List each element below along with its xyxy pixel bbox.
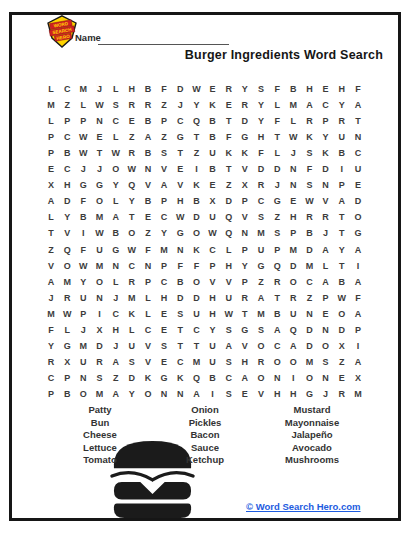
- grid-cell-r8c2: D: [59, 193, 75, 209]
- word-list-item: Avocado: [257, 442, 367, 455]
- grid-cell-r7c7: V: [140, 177, 156, 193]
- grid-cell-r3c13: D: [237, 113, 253, 129]
- grid-cell-r7c1: X: [43, 177, 59, 193]
- grid-cell-r5c9: T: [172, 145, 188, 161]
- grid-cell-r2c19: Y: [334, 97, 350, 113]
- grid-cell-r2c3: L: [75, 97, 91, 113]
- grid-cell-r8c14: C: [253, 193, 269, 209]
- grid-cell-r2c2: Z: [59, 97, 75, 113]
- grid-cell-r1c20: F: [350, 81, 366, 97]
- grid-cell-r19c3: N: [75, 370, 91, 386]
- word-search-hero-link[interactable]: © Word Search Hero.com: [246, 501, 361, 512]
- grid-cell-r13c15: R: [269, 274, 285, 290]
- grid-cell-r11c2: Q: [59, 241, 75, 257]
- grid-cell-r5c16: J: [285, 145, 301, 161]
- grid-cell-r14c1: J: [43, 290, 59, 306]
- word-list-item: Sauce: [155, 442, 255, 455]
- grid-cell-r13c5: L: [108, 274, 124, 290]
- grid-cell-r1c14: S: [253, 81, 269, 97]
- grid-cell-r10c7: Z: [140, 225, 156, 241]
- grid-cell-r2c16: M: [285, 97, 301, 113]
- grid-cell-r17c4: D: [91, 338, 107, 354]
- grid-cell-r2c5: S: [108, 97, 124, 113]
- grid-cell-r17c18: O: [318, 338, 334, 354]
- grid-cell-r3c2: P: [59, 113, 75, 129]
- grid-cell-r12c11: P: [204, 258, 220, 274]
- grid-cell-r11c5: G: [108, 241, 124, 257]
- grid-cell-r5c15: L: [269, 145, 285, 161]
- grid-cell-r4c11: B: [204, 129, 220, 145]
- grid-cell-r16c19: D: [334, 322, 350, 338]
- grid-cell-r20c12: S: [221, 386, 237, 402]
- grid-cell-r13c14: Z: [253, 274, 269, 290]
- grid-cell-r8c3: F: [75, 193, 91, 209]
- grid-cell-r19c4: S: [91, 370, 107, 386]
- grid-cell-r1c10: W: [188, 81, 204, 97]
- grid-cell-r14c9: D: [172, 290, 188, 306]
- word-list-item: Bun: [50, 417, 150, 430]
- grid-cell-r12c19: T: [334, 258, 350, 274]
- grid-cell-r8c15: G: [269, 193, 285, 209]
- grid-cell-r4c2: C: [59, 129, 75, 145]
- grid-cell-r10c20: G: [350, 225, 366, 241]
- grid-cell-r19c18: N: [318, 370, 334, 386]
- grid-cell-r5c20: C: [350, 145, 366, 161]
- grid-cell-r19c5: Z: [108, 370, 124, 386]
- grid-cell-r7c5: Y: [108, 177, 124, 193]
- grid-cell-r8c1: A: [43, 193, 59, 209]
- grid-cell-r17c10: T: [188, 338, 204, 354]
- grid-cell-r5c10: Z: [188, 145, 204, 161]
- grid-cell-r20c19: R: [334, 386, 350, 402]
- grid-cell-r14c2: R: [59, 290, 75, 306]
- grid-cell-r20c1: P: [43, 386, 59, 402]
- grid-cell-r13c9: B: [172, 274, 188, 290]
- grid-cell-r13c2: M: [59, 274, 75, 290]
- grid-cell-r9c11: U: [204, 209, 220, 225]
- grid-cell-r7c3: G: [75, 177, 91, 193]
- grid-cell-r1c16: B: [285, 81, 301, 97]
- grid-cell-r20c4: M: [91, 386, 107, 402]
- grid-cell-r3c11: B: [204, 113, 220, 129]
- grid-cell-r9c20: O: [350, 209, 366, 225]
- grid-cell-r4c18: Y: [318, 129, 334, 145]
- grid-cell-r8c20: D: [350, 193, 366, 209]
- grid-cell-r7c10: K: [188, 177, 204, 193]
- grid-cell-r4c13: G: [237, 129, 253, 145]
- grid-cell-r1c5: L: [108, 81, 124, 97]
- grid-cell-r1c9: D: [172, 81, 188, 97]
- word-list-item: Bacon: [155, 429, 255, 442]
- grid-cell-r19c9: K: [172, 370, 188, 386]
- grid-cell-r11c15: P: [269, 241, 285, 257]
- grid-cell-r9c6: T: [124, 209, 140, 225]
- grid-cell-r11c3: F: [75, 241, 91, 257]
- grid-cell-r15c2: W: [59, 306, 75, 322]
- word-list-item: Mushrooms: [257, 454, 367, 467]
- grid-cell-r20c18: J: [318, 386, 334, 402]
- grid-cell-r17c8: S: [156, 338, 172, 354]
- grid-cell-r13c4: O: [91, 274, 107, 290]
- grid-cell-r16c4: X: [91, 322, 107, 338]
- grid-cell-r1c6: H: [124, 81, 140, 97]
- grid-cell-r4c20: N: [350, 129, 366, 145]
- grid-cell-r15c14: M: [253, 306, 269, 322]
- grid-cell-r10c15: S: [269, 225, 285, 241]
- grid-cell-r17c20: I: [350, 338, 366, 354]
- grid-cell-r14c5: J: [108, 290, 124, 306]
- grid-cell-r5c2: B: [59, 145, 75, 161]
- grid-cell-r4c1: P: [43, 129, 59, 145]
- grid-cell-r15c19: O: [334, 306, 350, 322]
- grid-cell-r8c16: E: [285, 193, 301, 209]
- grid-cell-r20c9: N: [172, 386, 188, 402]
- grid-cell-r11c6: W: [124, 241, 140, 257]
- grid-cell-r3c5: C: [108, 113, 124, 129]
- grid-cell-r15c18: E: [318, 306, 334, 322]
- grid-cell-r8c18: V: [318, 193, 334, 209]
- grid-cell-r8c13: P: [237, 193, 253, 209]
- grid-cell-r11c18: A: [318, 241, 334, 257]
- grid-cell-r11c12: L: [221, 241, 237, 257]
- grid-cell-r20c15: H: [269, 386, 285, 402]
- grid-cell-r6c4: J: [91, 161, 107, 177]
- grid-cell-r2c10: Y: [188, 97, 204, 113]
- grid-cell-r4c17: K: [301, 129, 317, 145]
- grid-cell-r20c8: N: [156, 386, 172, 402]
- grid-cell-r9c5: A: [108, 209, 124, 225]
- grid-cell-r20c13: E: [237, 386, 253, 402]
- grid-cell-r17c5: J: [108, 338, 124, 354]
- grid-cell-r16c11: Y: [204, 322, 220, 338]
- grid-cell-r12c12: H: [221, 258, 237, 274]
- grid-cell-r17c14: O: [253, 338, 269, 354]
- grid-cell-r6c1: E: [43, 161, 59, 177]
- grid-cell-r4c12: F: [221, 129, 237, 145]
- grid-cell-r7c2: H: [59, 177, 75, 193]
- grid-cell-r16c5: H: [108, 322, 124, 338]
- grid-cell-r5c7: B: [140, 145, 156, 161]
- grid-cell-r20c5: A: [108, 386, 124, 402]
- burger-patty: [114, 482, 191, 500]
- grid-cell-r3c10: Q: [188, 113, 204, 129]
- grid-cell-r20c20: M: [350, 386, 366, 402]
- word-list-item: Tomato: [50, 454, 150, 467]
- burger-lettuce-stripe: [112, 473, 193, 480]
- grid-cell-r16c13: G: [237, 322, 253, 338]
- grid-cell-r1c18: E: [318, 81, 334, 97]
- grid-cell-r12c13: Y: [237, 258, 253, 274]
- grid-cell-r14c3: U: [75, 290, 91, 306]
- grid-cell-r10c16: P: [285, 225, 301, 241]
- grid-cell-r8c7: B: [140, 193, 156, 209]
- grid-cell-r6c2: C: [59, 161, 75, 177]
- grid-cell-r12c7: N: [140, 258, 156, 274]
- grid-cell-r4c16: W: [285, 129, 301, 145]
- word-list-column-1: PattyBunCheeseLettuceTomato: [50, 404, 150, 467]
- grid-cell-r1c19: H: [334, 81, 350, 97]
- grid-cell-r9c13: V: [237, 209, 253, 225]
- grid-cell-r17c7: V: [140, 338, 156, 354]
- grid-cell-r7c19: P: [334, 177, 350, 193]
- grid-cell-r9c3: B: [75, 209, 91, 225]
- grid-cell-r4c10: T: [188, 129, 204, 145]
- grid-cell-r6c18: D: [318, 161, 334, 177]
- grid-cell-r1c15: F: [269, 81, 285, 97]
- grid-cell-r10c13: N: [237, 225, 253, 241]
- grid-cell-r3c14: Y: [253, 113, 269, 129]
- grid-cell-r17c6: U: [124, 338, 140, 354]
- grid-cell-r10c19: T: [334, 225, 350, 241]
- grid-cell-r8c8: P: [156, 193, 172, 209]
- grid-cell-r12c17: M: [301, 258, 317, 274]
- grid-cell-r3c15: F: [269, 113, 285, 129]
- grid-cell-r13c7: P: [140, 274, 156, 290]
- grid-cell-r3c8: P: [156, 113, 172, 129]
- grid-cell-r10c10: O: [188, 225, 204, 241]
- grid-cell-r13c3: Y: [75, 274, 91, 290]
- word-list-column-2: OnionPicklesBaconSauceKetchup: [155, 404, 255, 467]
- grid-cell-r15c11: H: [204, 306, 220, 322]
- grid-cell-r3c12: T: [221, 113, 237, 129]
- grid-cell-r8c4: O: [91, 193, 107, 209]
- grid-cell-r3c1: L: [43, 113, 59, 129]
- grid-cell-r15c20: A: [350, 306, 366, 322]
- word-list-item: Lettuce: [50, 442, 150, 455]
- grid-cell-r10c17: B: [301, 225, 317, 241]
- grid-cell-r12c16: D: [285, 258, 301, 274]
- grid-cell-r12c18: L: [318, 258, 334, 274]
- grid-cell-r15c3: P: [75, 306, 91, 322]
- grid-cell-r9c7: E: [140, 209, 156, 225]
- grid-cell-r1c1: L: [43, 81, 59, 97]
- grid-cell-r13c11: V: [204, 274, 220, 290]
- grid-cell-r11c19: Y: [334, 241, 350, 257]
- grid-cell-r4c9: G: [172, 129, 188, 145]
- grid-cell-r17c2: G: [59, 338, 75, 354]
- grid-cell-r18c7: V: [140, 354, 156, 370]
- grid-cell-r10c9: G: [172, 225, 188, 241]
- grid-cell-r16c17: D: [301, 322, 317, 338]
- grid-cell-r2c9: J: [172, 97, 188, 113]
- grid-cell-r9c9: W: [172, 209, 188, 225]
- grid-cell-r15c5: C: [108, 306, 124, 322]
- grid-cell-r16c7: C: [140, 322, 156, 338]
- grid-cell-r20c14: V: [253, 386, 269, 402]
- grid-cell-r8c5: L: [108, 193, 124, 209]
- grid-cell-r11c8: M: [156, 241, 172, 257]
- grid-cell-r7c4: G: [91, 177, 107, 193]
- word-list-item: Cheese: [50, 429, 150, 442]
- grid-cell-r13c16: O: [285, 274, 301, 290]
- grid-cell-r15c4: I: [91, 306, 107, 322]
- grid-cell-r16c9: T: [172, 322, 188, 338]
- grid-cell-r5c14: F: [253, 145, 269, 161]
- grid-cell-r9c15: Z: [269, 209, 285, 225]
- grid-cell-r17c1: Y: [43, 338, 59, 354]
- grid-cell-r5c4: T: [91, 145, 107, 161]
- grid-cell-r2c7: R: [140, 97, 156, 113]
- grid-cell-r15c10: U: [188, 306, 204, 322]
- grid-cell-r13c1: A: [43, 274, 59, 290]
- grid-cell-r6c8: V: [156, 161, 172, 177]
- grid-cell-r14c7: L: [140, 290, 156, 306]
- grid-cell-r2c11: K: [204, 97, 220, 113]
- grid-cell-r2c15: L: [269, 97, 285, 113]
- grid-cell-r18c17: M: [301, 354, 317, 370]
- grid-cell-r4c19: U: [334, 129, 350, 145]
- grid-cell-r12c1: V: [43, 258, 59, 274]
- grid-cell-r18c3: U: [75, 354, 91, 370]
- grid-cell-r6c15: D: [269, 161, 285, 177]
- grid-cell-r13c10: O: [188, 274, 204, 290]
- grid-cell-r20c11: I: [204, 386, 220, 402]
- grid-cell-r14c19: W: [334, 290, 350, 306]
- grid-cell-r16c3: J: [75, 322, 91, 338]
- grid-cell-r20c10: A: [188, 386, 204, 402]
- grid-cell-r15c7: L: [140, 306, 156, 322]
- worksheet-page: WORD SEARCH HERO Name Burger Ingredients…: [0, 0, 416, 539]
- grid-cell-r9c12: Q: [221, 209, 237, 225]
- grid-cell-r20c3: O: [75, 386, 91, 402]
- grid-cell-r16c16: Q: [285, 322, 301, 338]
- grid-cell-r5c11: U: [204, 145, 220, 161]
- grid-cell-r3c7: B: [140, 113, 156, 129]
- grid-cell-r19c8: G: [156, 370, 172, 386]
- grid-cell-r10c18: J: [318, 225, 334, 241]
- grid-cell-r9c19: T: [334, 209, 350, 225]
- grid-cell-r2c18: C: [318, 97, 334, 113]
- grid-cell-r15c6: K: [124, 306, 140, 322]
- grid-cell-r4c5: L: [108, 129, 124, 145]
- grid-cell-r5c1: P: [43, 145, 59, 161]
- grid-cell-r10c14: M: [253, 225, 269, 241]
- grid-cell-r7c14: R: [253, 177, 269, 193]
- grid-cell-r18c10: M: [188, 354, 204, 370]
- grid-cell-r3c3: P: [75, 113, 91, 129]
- grid-cell-r11c16: M: [285, 241, 301, 257]
- grid-cell-r1c13: Y: [237, 81, 253, 97]
- grid-cell-r10c1: T: [43, 225, 59, 241]
- grid-cell-r18c5: A: [108, 354, 124, 370]
- grid-cell-r14c13: R: [237, 290, 253, 306]
- grid-cell-r15c1: M: [43, 306, 59, 322]
- word-list-item: Pickles: [155, 417, 255, 430]
- grid-cell-r6c9: E: [172, 161, 188, 177]
- grid-cell-r18c15: O: [269, 354, 285, 370]
- grid-cell-r18c9: C: [172, 354, 188, 370]
- grid-cell-r2c14: Y: [253, 97, 269, 113]
- grid-cell-r11c11: C: [204, 241, 220, 257]
- grid-cell-r2c6: R: [124, 97, 140, 113]
- grid-cell-r12c5: N: [108, 258, 124, 274]
- grid-cell-r5c17: S: [301, 145, 317, 161]
- grid-cell-r6c10: I: [188, 161, 204, 177]
- grid-cell-r13c18: A: [318, 274, 334, 290]
- grid-cell-r7c13: X: [237, 177, 253, 193]
- grid-cell-r8c6: Y: [124, 193, 140, 209]
- grid-cell-r11c14: U: [253, 241, 269, 257]
- grid-cell-r7c15: J: [269, 177, 285, 193]
- grid-cell-r16c15: A: [269, 322, 285, 338]
- grid-cell-r12c14: G: [253, 258, 269, 274]
- grid-cell-r13c12: V: [221, 274, 237, 290]
- grid-cell-r16c8: E: [156, 322, 172, 338]
- grid-cell-r6c6: W: [124, 161, 140, 177]
- grid-cell-r18c8: E: [156, 354, 172, 370]
- grid-cell-r8c12: D: [221, 193, 237, 209]
- grid-cell-r19c6: D: [124, 370, 140, 386]
- grid-cell-r14c6: M: [124, 290, 140, 306]
- grid-cell-r4c14: H: [253, 129, 269, 145]
- word-list-item: Jalapeño: [257, 429, 367, 442]
- grid-cell-r8c19: A: [334, 193, 350, 209]
- grid-cell-r7c12: Z: [221, 177, 237, 193]
- grid-cell-r18c4: R: [91, 354, 107, 370]
- grid-cell-r1c2: C: [59, 81, 75, 97]
- grid-cell-r19c7: K: [140, 370, 156, 386]
- grid-cell-r8c11: X: [204, 193, 220, 209]
- grid-cell-r4c7: A: [140, 129, 156, 145]
- word-list-column-3: MustardMayonnaiseJalapeñoAvocadoMushroom…: [257, 404, 367, 467]
- grid-cell-r10c6: O: [124, 225, 140, 241]
- grid-cell-r17c16: A: [285, 338, 301, 354]
- grid-cell-r7c20: E: [350, 177, 366, 193]
- word-list-item: Ketchup: [155, 454, 255, 467]
- grid-cell-r17c17: D: [301, 338, 317, 354]
- grid-cell-r3c6: E: [124, 113, 140, 129]
- grid-cell-r19c2: P: [59, 370, 75, 386]
- grid-cell-r9c18: R: [318, 209, 334, 225]
- grid-cell-r3c19: R: [334, 113, 350, 129]
- grid-cell-r5c3: W: [75, 145, 91, 161]
- grid-cell-r14c17: Z: [301, 290, 317, 306]
- grid-cell-r10c4: W: [91, 225, 107, 241]
- grid-cell-r1c4: J: [91, 81, 107, 97]
- grid-cell-r7c16: N: [285, 177, 301, 193]
- grid-cell-r12c8: P: [156, 258, 172, 274]
- letter-grid: LCMJLHBFDWERYSFBHEHFMZLWSRRZJYKERYLMACYA…: [43, 81, 366, 402]
- grid-cell-r4c15: T: [269, 129, 285, 145]
- grid-cell-r4c4: E: [91, 129, 107, 145]
- grid-cell-r5c12: K: [221, 145, 237, 161]
- grid-cell-r1c7: B: [140, 81, 156, 97]
- grid-cell-r6c17: F: [301, 161, 317, 177]
- grid-cell-r19c15: N: [269, 370, 285, 386]
- grid-cell-r16c14: S: [253, 322, 269, 338]
- grid-cell-r18c1: R: [43, 354, 59, 370]
- grid-cell-r14c20: F: [350, 290, 366, 306]
- grid-cell-r13c19: B: [334, 274, 350, 290]
- grid-cell-r14c16: R: [285, 290, 301, 306]
- grid-cell-r8c10: B: [188, 193, 204, 209]
- grid-cell-r1c17: H: [301, 81, 317, 97]
- grid-cell-r2c17: A: [301, 97, 317, 113]
- grid-cell-r12c10: F: [188, 258, 204, 274]
- grid-cell-r19c12: C: [221, 370, 237, 386]
- grid-cell-r5c13: K: [237, 145, 253, 161]
- grid-cell-r6c13: V: [237, 161, 253, 177]
- grid-cell-r14c14: A: [253, 290, 269, 306]
- grid-cell-r16c2: L: [59, 322, 75, 338]
- grid-cell-r18c18: S: [318, 354, 334, 370]
- grid-cell-r6c7: N: [140, 161, 156, 177]
- grid-cell-r8c9: H: [172, 193, 188, 209]
- grid-cell-r9c17: R: [301, 209, 317, 225]
- grid-cell-r4c6: Z: [124, 129, 140, 145]
- grid-cell-r16c12: S: [221, 322, 237, 338]
- grid-cell-r1c12: R: [221, 81, 237, 97]
